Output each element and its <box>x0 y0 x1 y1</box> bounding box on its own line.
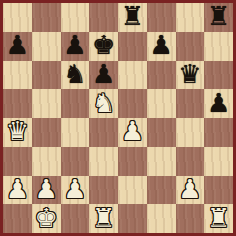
square-e8[interactable]: ♜ <box>118 3 147 32</box>
piece-white-pawn-b2[interactable]: ♟ <box>34 176 57 202</box>
square-d4[interactable] <box>89 118 118 147</box>
piece-black-pawn-c7[interactable]: ♟ <box>63 32 86 58</box>
square-b7[interactable] <box>32 32 61 61</box>
square-a4[interactable]: ♛ <box>3 118 32 147</box>
square-c5[interactable] <box>61 89 90 118</box>
square-g4[interactable] <box>176 118 205 147</box>
piece-white-knight-d5[interactable]: ♞ <box>92 90 115 116</box>
square-f6[interactable] <box>147 61 176 90</box>
piece-black-knight-c6[interactable]: ♞ <box>63 61 86 87</box>
piece-black-pawn-h5[interactable]: ♟ <box>207 90 230 116</box>
square-e1[interactable] <box>118 204 147 233</box>
square-b1[interactable]: ♚ <box>32 204 61 233</box>
piece-white-queen-a4[interactable]: ♛ <box>6 118 29 144</box>
square-d5[interactable]: ♞ <box>89 89 118 118</box>
square-e4[interactable]: ♟ <box>118 118 147 147</box>
square-b4[interactable] <box>32 118 61 147</box>
piece-black-pawn-a7[interactable]: ♟ <box>6 32 29 58</box>
square-g1[interactable] <box>176 204 205 233</box>
piece-white-rook-h1[interactable]: ♜ <box>207 205 230 231</box>
square-b6[interactable] <box>32 61 61 90</box>
piece-black-king-d7[interactable]: ♚ <box>92 32 115 58</box>
piece-black-pawn-f7[interactable]: ♟ <box>149 32 172 58</box>
square-h5[interactable]: ♟ <box>204 89 233 118</box>
square-a3[interactable] <box>3 147 32 176</box>
square-a7[interactable]: ♟ <box>3 32 32 61</box>
chess-board: ♜♜♟♟♚♟♞♟♛♞♟♛♟♟♟♟♟♚♜♜ <box>3 3 233 233</box>
square-d3[interactable] <box>89 147 118 176</box>
square-h6[interactable] <box>204 61 233 90</box>
piece-white-pawn-e4[interactable]: ♟ <box>121 118 144 144</box>
piece-white-king-b1[interactable]: ♚ <box>34 205 57 231</box>
piece-white-pawn-a2[interactable]: ♟ <box>6 176 29 202</box>
square-f1[interactable] <box>147 204 176 233</box>
square-b3[interactable] <box>32 147 61 176</box>
square-c8[interactable] <box>61 3 90 32</box>
square-c3[interactable] <box>61 147 90 176</box>
square-g3[interactable] <box>176 147 205 176</box>
square-a2[interactable]: ♟ <box>3 176 32 205</box>
square-d6[interactable]: ♟ <box>89 61 118 90</box>
square-a5[interactable] <box>3 89 32 118</box>
square-f8[interactable] <box>147 3 176 32</box>
piece-black-queen-g6[interactable]: ♛ <box>178 61 201 87</box>
piece-black-rook-e8[interactable]: ♜ <box>121 3 144 29</box>
piece-white-pawn-c2[interactable]: ♟ <box>63 176 86 202</box>
square-f2[interactable] <box>147 176 176 205</box>
piece-white-pawn-g2[interactable]: ♟ <box>178 176 201 202</box>
square-b2[interactable]: ♟ <box>32 176 61 205</box>
square-f5[interactable] <box>147 89 176 118</box>
square-e2[interactable] <box>118 176 147 205</box>
square-a8[interactable] <box>3 3 32 32</box>
square-h1[interactable]: ♜ <box>204 204 233 233</box>
square-g8[interactable] <box>176 3 205 32</box>
square-c4[interactable] <box>61 118 90 147</box>
square-e3[interactable] <box>118 147 147 176</box>
square-g2[interactable]: ♟ <box>176 176 205 205</box>
square-c1[interactable] <box>61 204 90 233</box>
square-f7[interactable]: ♟ <box>147 32 176 61</box>
square-c2[interactable]: ♟ <box>61 176 90 205</box>
square-h7[interactable] <box>204 32 233 61</box>
square-e7[interactable] <box>118 32 147 61</box>
square-g7[interactable] <box>176 32 205 61</box>
piece-black-rook-h8[interactable]: ♜ <box>207 3 230 29</box>
square-c7[interactable]: ♟ <box>61 32 90 61</box>
square-f3[interactable] <box>147 147 176 176</box>
square-b8[interactable] <box>32 3 61 32</box>
square-b5[interactable] <box>32 89 61 118</box>
square-e5[interactable] <box>118 89 147 118</box>
square-d1[interactable]: ♜ <box>89 204 118 233</box>
square-d7[interactable]: ♚ <box>89 32 118 61</box>
piece-white-rook-d1[interactable]: ♜ <box>92 205 115 231</box>
square-c6[interactable]: ♞ <box>61 61 90 90</box>
square-a6[interactable] <box>3 61 32 90</box>
chess-board-frame: ♜♜♟♟♚♟♞♟♛♞♟♛♟♟♟♟♟♚♜♜ <box>0 0 236 236</box>
square-h2[interactable] <box>204 176 233 205</box>
square-a1[interactable] <box>3 204 32 233</box>
square-d2[interactable] <box>89 176 118 205</box>
square-f4[interactable] <box>147 118 176 147</box>
square-h3[interactable] <box>204 147 233 176</box>
square-d8[interactable] <box>89 3 118 32</box>
square-e6[interactable] <box>118 61 147 90</box>
square-g5[interactable] <box>176 89 205 118</box>
square-h8[interactable]: ♜ <box>204 3 233 32</box>
square-g6[interactable]: ♛ <box>176 61 205 90</box>
piece-black-pawn-d6[interactable]: ♟ <box>92 61 115 87</box>
square-h4[interactable] <box>204 118 233 147</box>
